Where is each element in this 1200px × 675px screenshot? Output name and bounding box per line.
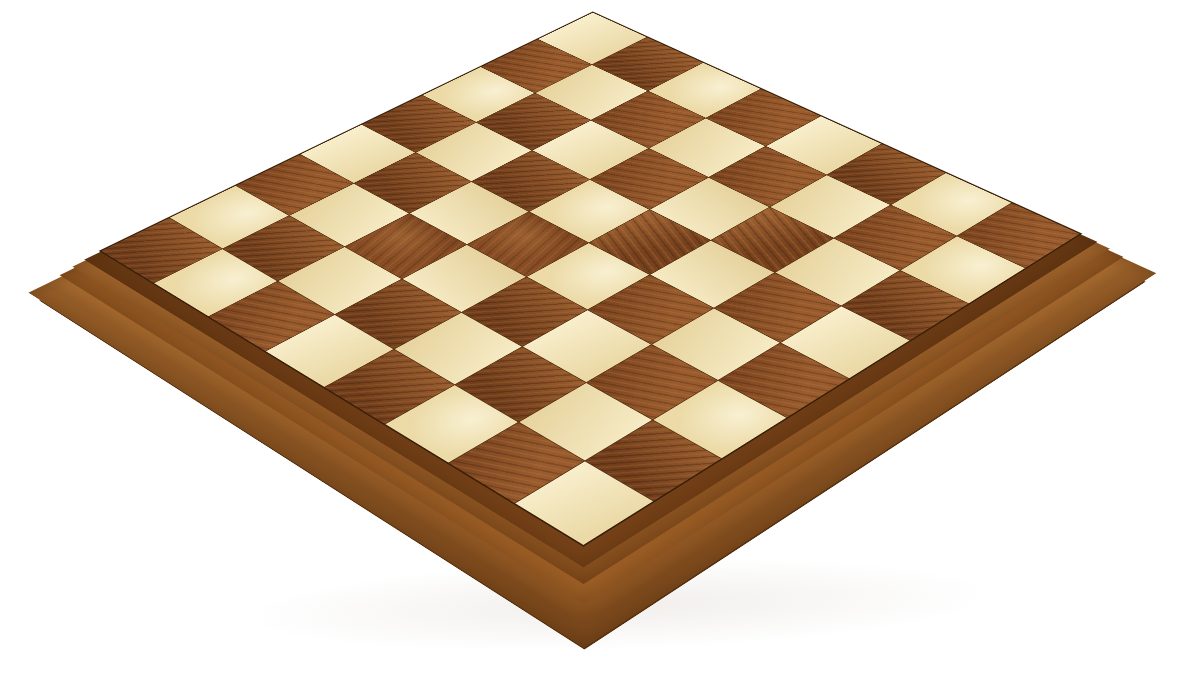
- board-playing-surface: [98, 12, 1082, 547]
- product-photo-scene: [0, 0, 1200, 675]
- board-grid: [101, 13, 1079, 545]
